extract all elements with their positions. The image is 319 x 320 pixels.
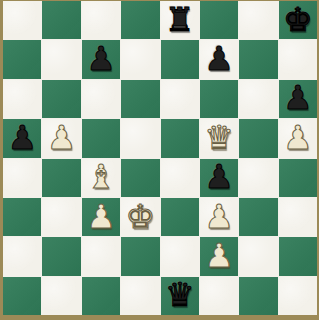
square-a3[interactable] (3, 198, 41, 236)
white-pawn-f2[interactable]: ♟ (204, 239, 234, 272)
square-c5[interactable] (82, 119, 120, 157)
square-e4[interactable] (161, 159, 199, 197)
square-d8[interactable] (121, 1, 159, 39)
square-g8[interactable] (239, 1, 277, 39)
square-e5[interactable] (161, 119, 199, 157)
square-h1[interactable] (279, 277, 317, 315)
square-b8[interactable] (42, 1, 80, 39)
square-d3[interactable]: ♚ (121, 198, 159, 236)
black-rook-e8[interactable]: ♜ (165, 3, 195, 36)
square-a7[interactable] (3, 40, 41, 78)
square-g3[interactable] (239, 198, 277, 236)
square-g4[interactable] (239, 159, 277, 197)
square-a5[interactable]: ♟ (3, 119, 41, 157)
square-a6[interactable] (3, 80, 41, 118)
square-b1[interactable] (42, 277, 80, 315)
square-g7[interactable] (239, 40, 277, 78)
square-f8[interactable] (200, 1, 238, 39)
square-d6[interactable] (121, 80, 159, 118)
square-d2[interactable] (121, 237, 159, 275)
square-a2[interactable] (3, 237, 41, 275)
square-e1[interactable]: ♛ (161, 277, 199, 315)
black-pawn-c7[interactable]: ♟ (86, 42, 116, 75)
black-pawn-f4[interactable]: ♟ (204, 160, 234, 193)
square-c4[interactable]: ♝ (82, 159, 120, 197)
square-g5[interactable] (239, 119, 277, 157)
square-b4[interactable] (42, 159, 80, 197)
square-h6[interactable]: ♟ (279, 80, 317, 118)
square-c6[interactable] (82, 80, 120, 118)
square-f5[interactable]: ♛ (200, 119, 238, 157)
square-g1[interactable] (239, 277, 277, 315)
white-king-d3[interactable]: ♚ (126, 200, 156, 233)
square-b2[interactable] (42, 237, 80, 275)
square-c2[interactable] (82, 237, 120, 275)
square-e3[interactable] (161, 198, 199, 236)
square-f6[interactable] (200, 80, 238, 118)
square-a8[interactable] (3, 1, 41, 39)
white-pawn-b5[interactable]: ♟ (47, 121, 77, 154)
square-c3[interactable]: ♟ (82, 198, 120, 236)
square-d4[interactable] (121, 159, 159, 197)
square-f2[interactable]: ♟ (200, 237, 238, 275)
square-b5[interactable]: ♟ (42, 119, 80, 157)
white-queen-f5[interactable]: ♛ (204, 121, 234, 154)
square-h7[interactable] (279, 40, 317, 78)
square-g2[interactable] (239, 237, 277, 275)
black-pawn-f7[interactable]: ♟ (204, 42, 234, 75)
black-pawn-a5[interactable]: ♟ (7, 121, 37, 154)
square-e8[interactable]: ♜ (161, 1, 199, 39)
white-pawn-c3[interactable]: ♟ (86, 200, 116, 233)
chess-board: ♜♚♟♟♟♟♟♛♟♝♟♟♚♟♟♛ (3, 1, 317, 315)
square-d1[interactable] (121, 277, 159, 315)
square-h3[interactable] (279, 198, 317, 236)
black-queen-e1[interactable]: ♛ (165, 278, 195, 311)
white-bishop-c4[interactable]: ♝ (86, 160, 116, 193)
square-e7[interactable] (161, 40, 199, 78)
square-h8[interactable]: ♚ (279, 1, 317, 39)
square-f7[interactable]: ♟ (200, 40, 238, 78)
black-king-h8[interactable]: ♚ (283, 3, 313, 36)
square-c1[interactable] (82, 277, 120, 315)
square-d5[interactable] (121, 119, 159, 157)
square-d7[interactable] (121, 40, 159, 78)
square-b6[interactable] (42, 80, 80, 118)
square-f3[interactable]: ♟ (200, 198, 238, 236)
square-b7[interactable] (42, 40, 80, 78)
square-a1[interactable] (3, 277, 41, 315)
square-c7[interactable]: ♟ (82, 40, 120, 78)
black-pawn-h6[interactable]: ♟ (283, 81, 313, 114)
square-h4[interactable] (279, 159, 317, 197)
square-b3[interactable] (42, 198, 80, 236)
square-f4[interactable]: ♟ (200, 159, 238, 197)
board-frame: ♜♚♟♟♟♟♟♛♟♝♟♟♚♟♟♛ (0, 0, 319, 320)
square-e2[interactable] (161, 237, 199, 275)
square-g6[interactable] (239, 80, 277, 118)
square-c8[interactable] (82, 1, 120, 39)
square-f1[interactable] (200, 277, 238, 315)
white-pawn-f3[interactable]: ♟ (204, 200, 234, 233)
square-a4[interactable] (3, 159, 41, 197)
square-h5[interactable]: ♟ (279, 119, 317, 157)
white-pawn-h5[interactable]: ♟ (283, 121, 313, 154)
square-e6[interactable] (161, 80, 199, 118)
square-h2[interactable] (279, 237, 317, 275)
